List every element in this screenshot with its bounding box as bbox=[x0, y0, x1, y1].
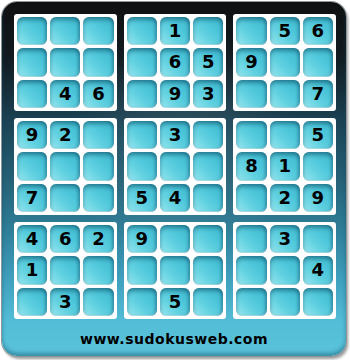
cell-r9c2[interactable]: 3 bbox=[50, 288, 80, 316]
given-digit: 5 bbox=[312, 126, 325, 144]
cell-r2c9[interactable] bbox=[303, 48, 333, 76]
cell-r1c1[interactable] bbox=[17, 17, 47, 45]
box-1-3: 5697 bbox=[233, 14, 336, 111]
cell-r2c3[interactable] bbox=[83, 48, 113, 76]
cell-r7c9[interactable] bbox=[303, 225, 333, 253]
cell-r9c5[interactable]: 5 bbox=[160, 288, 190, 316]
cell-r2c2[interactable] bbox=[50, 48, 80, 76]
cell-r5c5[interactable] bbox=[160, 152, 190, 180]
given-digit: 9 bbox=[169, 85, 182, 103]
given-digit: 8 bbox=[245, 157, 258, 175]
cell-r2c1[interactable] bbox=[17, 48, 47, 76]
cell-r7c4[interactable]: 9 bbox=[127, 225, 157, 253]
cell-r2c7[interactable]: 9 bbox=[236, 48, 266, 76]
given-digit: 3 bbox=[169, 126, 182, 144]
given-digit: 2 bbox=[278, 189, 291, 207]
cell-r3c7[interactable] bbox=[236, 80, 266, 108]
given-digit: 9 bbox=[245, 53, 258, 71]
given-digit: 7 bbox=[26, 189, 39, 207]
given-digit: 1 bbox=[169, 22, 182, 40]
cell-r9c7[interactable] bbox=[236, 288, 266, 316]
given-digit: 6 bbox=[312, 22, 325, 40]
cell-r7c5[interactable] bbox=[160, 225, 190, 253]
given-digit: 9 bbox=[26, 126, 39, 144]
cell-r1c5[interactable]: 1 bbox=[160, 17, 190, 45]
cell-r3c2[interactable]: 4 bbox=[50, 80, 80, 108]
cell-r1c2[interactable] bbox=[50, 17, 80, 45]
cell-r2c6[interactable]: 5 bbox=[193, 48, 223, 76]
cell-r3c8[interactable] bbox=[270, 80, 300, 108]
cell-r7c8[interactable]: 3 bbox=[270, 225, 300, 253]
cell-r9c6[interactable] bbox=[193, 288, 223, 316]
cell-r8c1[interactable]: 1 bbox=[17, 256, 47, 284]
cell-r4c9[interactable]: 5 bbox=[303, 121, 333, 149]
cell-r4c4[interactable] bbox=[127, 121, 157, 149]
cell-r8c8[interactable] bbox=[270, 256, 300, 284]
cell-r6c8[interactable]: 2 bbox=[270, 184, 300, 212]
cell-r7c3[interactable]: 2 bbox=[83, 225, 113, 253]
cell-r5c4[interactable] bbox=[127, 152, 157, 180]
given-digit: 4 bbox=[26, 230, 39, 248]
box-3-1: 46213 bbox=[14, 222, 117, 319]
cell-r7c1[interactable]: 4 bbox=[17, 225, 47, 253]
given-digit: 1 bbox=[26, 261, 39, 279]
box-2-3: 58129 bbox=[233, 118, 336, 215]
cell-r5c3[interactable] bbox=[83, 152, 113, 180]
cell-r7c2[interactable]: 6 bbox=[50, 225, 80, 253]
given-digit: 3 bbox=[59, 293, 72, 311]
given-digit: 5 bbox=[136, 189, 149, 207]
cell-r3c1[interactable] bbox=[17, 80, 47, 108]
given-digit: 2 bbox=[92, 230, 105, 248]
cell-r9c9[interactable] bbox=[303, 288, 333, 316]
given-digit: 4 bbox=[169, 189, 182, 207]
cell-r5c2[interactable] bbox=[50, 152, 80, 180]
cell-r6c1[interactable]: 7 bbox=[17, 184, 47, 212]
given-digit: 2 bbox=[59, 126, 72, 144]
cell-r4c3[interactable] bbox=[83, 121, 113, 149]
cell-r6c4[interactable]: 5 bbox=[127, 184, 157, 212]
cell-r4c5[interactable]: 3 bbox=[160, 121, 190, 149]
given-digit: 4 bbox=[312, 261, 325, 279]
cell-r9c1[interactable] bbox=[17, 288, 47, 316]
cell-r3c3[interactable]: 6 bbox=[83, 80, 113, 108]
given-digit: 5 bbox=[169, 293, 182, 311]
cell-r2c5[interactable]: 6 bbox=[160, 48, 190, 76]
board-frame: 4616593569792735458129462139534 www.sudo… bbox=[2, 2, 346, 356]
given-digit: 3 bbox=[202, 85, 215, 103]
given-digit: 6 bbox=[169, 53, 182, 71]
cell-r6c9[interactable]: 9 bbox=[303, 184, 333, 212]
cell-r1c8[interactable]: 5 bbox=[270, 17, 300, 45]
box-3-3: 34 bbox=[233, 222, 336, 319]
cell-r3c9[interactable]: 7 bbox=[303, 80, 333, 108]
box-1-2: 16593 bbox=[124, 14, 227, 111]
footer-site-link[interactable]: www.sudokusweb.com bbox=[2, 331, 346, 347]
cell-r8c7[interactable] bbox=[236, 256, 266, 284]
cell-r6c6[interactable] bbox=[193, 184, 223, 212]
cell-r3c5[interactable]: 9 bbox=[160, 80, 190, 108]
cell-r9c3[interactable] bbox=[83, 288, 113, 316]
cell-r1c7[interactable] bbox=[236, 17, 266, 45]
cell-r8c5[interactable] bbox=[160, 256, 190, 284]
given-digit: 5 bbox=[202, 53, 215, 71]
box-2-2: 354 bbox=[124, 118, 227, 215]
cell-r2c8[interactable] bbox=[270, 48, 300, 76]
cell-r3c4[interactable] bbox=[127, 80, 157, 108]
cell-r8c9[interactable]: 4 bbox=[303, 256, 333, 284]
cell-r6c5[interactable]: 4 bbox=[160, 184, 190, 212]
given-digit: 9 bbox=[136, 230, 149, 248]
given-digit: 7 bbox=[312, 85, 325, 103]
cell-r9c8[interactable] bbox=[270, 288, 300, 316]
cell-r1c3[interactable] bbox=[83, 17, 113, 45]
sudoku-board: 4616593569792735458129462139534 bbox=[14, 14, 336, 319]
cell-r4c2[interactable]: 2 bbox=[50, 121, 80, 149]
cell-r8c6[interactable] bbox=[193, 256, 223, 284]
cell-r6c2[interactable] bbox=[50, 184, 80, 212]
box-3-2: 95 bbox=[124, 222, 227, 319]
cell-r6c7[interactable] bbox=[236, 184, 266, 212]
cell-r4c1[interactable]: 9 bbox=[17, 121, 47, 149]
cell-r1c6[interactable] bbox=[193, 17, 223, 45]
cell-r3c6[interactable]: 3 bbox=[193, 80, 223, 108]
given-digit: 6 bbox=[59, 230, 72, 248]
cell-r5c6[interactable] bbox=[193, 152, 223, 180]
cell-r4c8[interactable] bbox=[270, 121, 300, 149]
given-digit: 9 bbox=[312, 189, 325, 207]
cell-r5c9[interactable] bbox=[303, 152, 333, 180]
given-digit: 5 bbox=[278, 22, 291, 40]
cell-r8c2[interactable] bbox=[50, 256, 80, 284]
cell-r8c3[interactable] bbox=[83, 256, 113, 284]
cell-r5c8[interactable]: 1 bbox=[270, 152, 300, 180]
cell-r4c7[interactable] bbox=[236, 121, 266, 149]
cell-r1c9[interactable]: 6 bbox=[303, 17, 333, 45]
cell-r2c4[interactable] bbox=[127, 48, 157, 76]
cell-r5c7[interactable]: 8 bbox=[236, 152, 266, 180]
box-2-1: 927 bbox=[14, 118, 117, 215]
cell-r9c4[interactable] bbox=[127, 288, 157, 316]
cell-r7c7[interactable] bbox=[236, 225, 266, 253]
cell-r5c1[interactable] bbox=[17, 152, 47, 180]
given-digit: 6 bbox=[92, 85, 105, 103]
cell-r4c6[interactable] bbox=[193, 121, 223, 149]
cell-r8c4[interactable] bbox=[127, 256, 157, 284]
given-digit: 4 bbox=[59, 85, 72, 103]
given-digit: 1 bbox=[278, 157, 291, 175]
cell-r7c6[interactable] bbox=[193, 225, 223, 253]
given-digit: 3 bbox=[278, 230, 291, 248]
cell-r1c4[interactable] bbox=[127, 17, 157, 45]
box-1-1: 46 bbox=[14, 14, 117, 111]
cell-r6c3[interactable] bbox=[83, 184, 113, 212]
